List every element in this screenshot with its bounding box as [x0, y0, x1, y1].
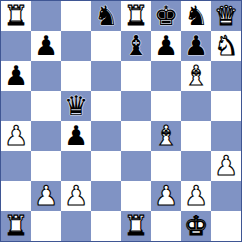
- square-b5[interactable]: [31, 91, 61, 121]
- white-pawn-piece[interactable]: ♟: [184, 182, 208, 209]
- square-e3[interactable]: [121, 151, 151, 181]
- black-pawn-piece[interactable]: ♟: [154, 32, 178, 59]
- white-pawn-piece[interactable]: ♟: [154, 182, 178, 209]
- white-bishop-piece[interactable]: ♝: [184, 62, 208, 89]
- black-pawn-piece[interactable]: ♟: [34, 32, 58, 59]
- white-rook-piece[interactable]: ♜: [4, 2, 28, 29]
- square-b4[interactable]: [31, 121, 61, 151]
- square-g5[interactable]: [181, 91, 211, 121]
- white-pawn-piece[interactable]: ♟: [214, 152, 238, 179]
- square-d1[interactable]: [91, 211, 121, 241]
- black-pawn-piece[interactable]: ♟: [184, 32, 208, 59]
- square-a1[interactable]: ♜: [1, 211, 31, 241]
- square-f2[interactable]: ♟: [151, 181, 181, 211]
- square-d7[interactable]: [91, 31, 121, 61]
- square-g2[interactable]: ♟: [181, 181, 211, 211]
- square-h1[interactable]: [211, 211, 241, 241]
- white-queen-piece[interactable]: ♛: [214, 2, 238, 29]
- square-h8[interactable]: ♛: [211, 1, 241, 31]
- white-king-piece[interactable]: ♚: [184, 212, 208, 239]
- black-knight-piece[interactable]: ♞: [94, 2, 118, 29]
- square-c5[interactable]: ♛: [61, 91, 91, 121]
- black-pawn-piece[interactable]: ♟: [4, 62, 28, 89]
- square-b7[interactable]: ♟: [31, 31, 61, 61]
- square-d5[interactable]: [91, 91, 121, 121]
- square-d6[interactable]: [91, 61, 121, 91]
- white-rook-piece[interactable]: ♜: [124, 2, 148, 29]
- square-a6[interactable]: ♟: [1, 61, 31, 91]
- square-a3[interactable]: [1, 151, 31, 181]
- square-e1[interactable]: ♜: [121, 211, 151, 241]
- square-e2[interactable]: [121, 181, 151, 211]
- square-b6[interactable]: [31, 61, 61, 91]
- chess-board: ♜♞♜♚♞♛♟♝♟♟♞♟♝♛♟♟♝♟♟♟♟♟♜♜♚: [0, 0, 242, 242]
- square-a8[interactable]: ♜: [1, 1, 31, 31]
- square-f7[interactable]: ♟: [151, 31, 181, 61]
- white-pawn-piece[interactable]: ♟: [34, 182, 58, 209]
- white-knight-piece[interactable]: ♞: [214, 32, 238, 59]
- square-d8[interactable]: ♞: [91, 1, 121, 31]
- white-pawn-piece[interactable]: ♟: [64, 182, 88, 209]
- square-d2[interactable]: [91, 181, 121, 211]
- black-pawn-piece[interactable]: ♟: [64, 122, 88, 149]
- square-a2[interactable]: [1, 181, 31, 211]
- black-king-piece[interactable]: ♚: [154, 2, 178, 29]
- square-a7[interactable]: [1, 31, 31, 61]
- square-e5[interactable]: [121, 91, 151, 121]
- square-f6[interactable]: [151, 61, 181, 91]
- square-d4[interactable]: [91, 121, 121, 151]
- square-c3[interactable]: [61, 151, 91, 181]
- square-c2[interactable]: ♟: [61, 181, 91, 211]
- square-g8[interactable]: ♞: [181, 1, 211, 31]
- square-b3[interactable]: [31, 151, 61, 181]
- square-c6[interactable]: [61, 61, 91, 91]
- square-b2[interactable]: ♟: [31, 181, 61, 211]
- square-h6[interactable]: [211, 61, 241, 91]
- square-c7[interactable]: [61, 31, 91, 61]
- square-g7[interactable]: ♟: [181, 31, 211, 61]
- square-g4[interactable]: [181, 121, 211, 151]
- square-e6[interactable]: [121, 61, 151, 91]
- white-pawn-piece[interactable]: ♟: [4, 122, 28, 149]
- square-c8[interactable]: [61, 1, 91, 31]
- square-f3[interactable]: [151, 151, 181, 181]
- square-a4[interactable]: ♟: [1, 121, 31, 151]
- square-d3[interactable]: [91, 151, 121, 181]
- square-e4[interactable]: [121, 121, 151, 151]
- square-e8[interactable]: ♜: [121, 1, 151, 31]
- square-f1[interactable]: [151, 211, 181, 241]
- square-c1[interactable]: [61, 211, 91, 241]
- white-rook-piece[interactable]: ♜: [124, 212, 148, 239]
- square-g3[interactable]: [181, 151, 211, 181]
- square-h2[interactable]: [211, 181, 241, 211]
- square-h4[interactable]: [211, 121, 241, 151]
- white-bishop-piece[interactable]: ♝: [154, 122, 178, 149]
- square-h3[interactable]: ♟: [211, 151, 241, 181]
- square-f8[interactable]: ♚: [151, 1, 181, 31]
- white-rook-piece[interactable]: ♜: [4, 212, 28, 239]
- square-c4[interactable]: ♟: [61, 121, 91, 151]
- square-a5[interactable]: [1, 91, 31, 121]
- square-b8[interactable]: [31, 1, 61, 31]
- square-f4[interactable]: ♝: [151, 121, 181, 151]
- square-e7[interactable]: ♝: [121, 31, 151, 61]
- square-b1[interactable]: [31, 211, 61, 241]
- square-h7[interactable]: ♞: [211, 31, 241, 61]
- square-g6[interactable]: ♝: [181, 61, 211, 91]
- black-bishop-piece[interactable]: ♝: [124, 32, 148, 59]
- square-g1[interactable]: ♚: [181, 211, 211, 241]
- square-h5[interactable]: [211, 91, 241, 121]
- black-knight-piece[interactable]: ♞: [184, 2, 208, 29]
- square-f5[interactable]: [151, 91, 181, 121]
- black-queen-piece[interactable]: ♛: [64, 92, 88, 119]
- chess-board-wrapper: ♜♞♜♚♞♛♟♝♟♟♞♟♝♛♟♟♝♟♟♟♟♟♜♜♚: [0, 0, 242, 242]
